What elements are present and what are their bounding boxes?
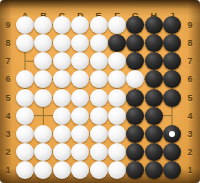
stone-black — [145, 34, 163, 52]
coord-row-left-3: 3 — [5, 129, 10, 138]
stone-black — [126, 52, 144, 70]
coord-row-left-5: 5 — [5, 93, 10, 102]
stone-black — [163, 161, 181, 179]
stone-white — [71, 143, 89, 161]
coord-row-left-7: 7 — [5, 57, 10, 66]
stone-white — [34, 143, 52, 161]
stone-black — [163, 70, 181, 88]
stone-white — [108, 143, 126, 161]
stone-black — [145, 52, 163, 70]
stone-black — [145, 161, 163, 179]
stone-white — [108, 70, 126, 88]
stone-white — [53, 16, 71, 34]
stone-white — [90, 16, 108, 34]
coord-row-right-7: 7 — [187, 57, 192, 66]
stone-black — [126, 125, 144, 143]
coord-row-left-6: 6 — [5, 75, 10, 84]
stone-white — [108, 16, 126, 34]
coord-row-left-4: 4 — [5, 111, 10, 120]
stone-black — [126, 34, 144, 52]
stone-white — [71, 16, 89, 34]
stone-white — [108, 89, 126, 107]
stone-white — [108, 125, 126, 143]
coord-row-left-9: 9 — [5, 21, 10, 30]
stone-black — [145, 143, 163, 161]
stone-white — [90, 107, 108, 125]
stone-white — [53, 89, 71, 107]
coord-row-left-1: 1 — [5, 166, 10, 175]
stone-white — [34, 34, 52, 52]
stone-white — [34, 89, 52, 107]
stone-black — [126, 16, 144, 34]
stone-white — [71, 89, 89, 107]
stone-black — [108, 34, 126, 52]
stone-white — [90, 52, 108, 70]
coord-row-right-2: 2 — [187, 147, 192, 156]
stone-white — [71, 34, 89, 52]
coord-row-right-1: 1 — [187, 166, 192, 175]
stone-white — [71, 161, 89, 179]
stone-black — [163, 16, 181, 34]
stone-black — [163, 143, 181, 161]
stone-white — [53, 107, 71, 125]
stone-black — [163, 52, 181, 70]
stone-white — [34, 70, 52, 88]
stone-white — [108, 161, 126, 179]
coord-row-right-5: 5 — [187, 93, 192, 102]
stone-white — [71, 52, 89, 70]
coord-row-right-9: 9 — [187, 21, 192, 30]
coord-row-right-8: 8 — [187, 39, 192, 48]
stone-white — [53, 161, 71, 179]
stone-black — [126, 107, 144, 125]
stone-black — [163, 34, 181, 52]
stone-white — [71, 107, 89, 125]
stone-white — [16, 70, 34, 88]
stone-black — [126, 161, 144, 179]
stone-white — [108, 107, 126, 125]
stone-white — [53, 143, 71, 161]
stone-white — [90, 125, 108, 143]
stone-white — [71, 125, 89, 143]
stone-white — [53, 52, 71, 70]
last-move-marker — [169, 131, 175, 137]
stone-white — [71, 70, 89, 88]
stone-white — [16, 16, 34, 34]
stone-white — [16, 34, 34, 52]
stone-black — [145, 16, 163, 34]
stone-white — [126, 70, 144, 88]
stone-black — [163, 89, 181, 107]
stone-black — [126, 143, 144, 161]
coord-row-left-8: 8 — [5, 39, 10, 48]
coord-row-left-2: 2 — [5, 147, 10, 156]
stone-white — [90, 70, 108, 88]
coord-row-right-6: 6 — [187, 75, 192, 84]
coord-row-right-3: 3 — [187, 129, 192, 138]
stone-white — [90, 161, 108, 179]
stone-white — [34, 161, 52, 179]
stone-white — [53, 70, 71, 88]
stone-white — [90, 89, 108, 107]
stone-white — [16, 143, 34, 161]
stone-white — [16, 125, 34, 143]
stone-white — [53, 34, 71, 52]
coord-row-right-4: 4 — [187, 111, 192, 120]
stone-white — [16, 89, 34, 107]
stone-white — [16, 107, 34, 125]
stone-white — [90, 34, 108, 52]
stone-white — [34, 16, 52, 34]
stone-black — [126, 89, 144, 107]
stone-black — [145, 125, 163, 143]
stone-white — [16, 161, 34, 179]
stone-white — [34, 52, 52, 70]
stone-black — [145, 70, 163, 88]
stone-white — [108, 52, 126, 70]
stone-white — [90, 143, 108, 161]
go-board[interactable]: ABCDEFGHJ998877665544332211 — [0, 0, 200, 183]
stone-white — [34, 125, 52, 143]
stone-white — [53, 125, 71, 143]
stone-black — [145, 89, 163, 107]
stone-black — [145, 107, 163, 125]
